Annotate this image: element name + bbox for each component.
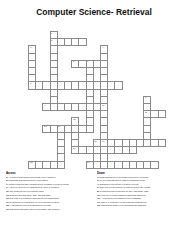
clue-number: 9: [44, 104, 45, 106]
clue-item: 8) Computers linked together so they can…: [97, 190, 183, 193]
clue-item: 7) Written material that explains how a …: [6, 183, 92, 186]
grid-cell[interactable]: [158, 139, 166, 147]
grid-cell[interactable]: [150, 161, 158, 169]
clue-item: 6) Carrying out operations on data to tu…: [97, 186, 183, 189]
clue-item: 13) Search logic that uses AND, OR and N…: [6, 194, 92, 197]
across-header: Across: [6, 171, 92, 174]
grid-cell[interactable]: [57, 161, 65, 169]
clue-item: 10) How well a result matches what was a…: [97, 194, 183, 197]
clue-number: 5: [73, 60, 74, 62]
clue-number: 1: [51, 32, 52, 34]
clue-item: 2) An action that causes something else …: [6, 176, 92, 179]
clue-number: 3: [30, 46, 31, 48]
clue-number: 11: [145, 111, 147, 113]
clue-item: 18) A list that speeds up searching for …: [6, 204, 92, 207]
clue-item: 11) The smallest unit of computer data: [6, 190, 92, 193]
clue-item: 16) The part of a computer that carries …: [6, 197, 92, 200]
crossword-worksheet: Computer Science- Retrieval 123456789101…: [0, 0, 188, 243]
clue-number: 14: [58, 125, 61, 127]
clue-item: 12) A request for information from a dat…: [97, 197, 183, 200]
grid-cell[interactable]: [78, 38, 86, 46]
clue-number: 18: [30, 161, 33, 163]
clue-number: 19: [87, 161, 90, 163]
clue-number: 16: [102, 140, 105, 142]
across-clues-column: Across 2) An action that causes somethin…: [6, 171, 92, 211]
grid-cell[interactable]: [114, 81, 122, 89]
grid-cell[interactable]: [129, 146, 137, 154]
clue-number: 4: [102, 46, 103, 48]
clue-item: 19) Checking that data entered is sensib…: [6, 208, 92, 211]
clue-item: 9) A step-by-step set of instructions to…: [6, 186, 92, 189]
down-clues-column: Down 1) Data that has been processed and…: [97, 171, 183, 208]
clue-number: 15: [94, 140, 97, 142]
clue-item: 14) Where a computer keeps data and inst…: [97, 201, 183, 204]
clue-number: 10: [102, 104, 105, 106]
clue-item: 1) Data that has been processed and give…: [97, 176, 183, 179]
clue-number: 8: [145, 96, 146, 98]
clue-number: 13: [44, 125, 47, 127]
clue-item: 4) Organised collections of related reco…: [97, 183, 183, 186]
crossword-grid: 12345678910111213141516171819: [0, 0, 188, 170]
clue-number: 17: [73, 147, 76, 149]
clue-item: 5) Raw facts and figures before processi…: [6, 179, 92, 182]
clue-number: 7: [30, 82, 31, 84]
down-header: Down: [97, 171, 183, 174]
clue-item: 3) To look through stored data for parti…: [97, 179, 183, 182]
grid-cell[interactable]: [86, 125, 94, 133]
clue-number: 2: [51, 39, 52, 41]
grid-cell[interactable]: [158, 110, 166, 118]
clue-number: 12: [73, 118, 76, 120]
clue-number: 6: [87, 60, 88, 62]
clue-item: 17) Getting stored data back out of a co…: [6, 201, 92, 204]
clue-item: 15) Instructions written in a programmin…: [97, 204, 183, 207]
